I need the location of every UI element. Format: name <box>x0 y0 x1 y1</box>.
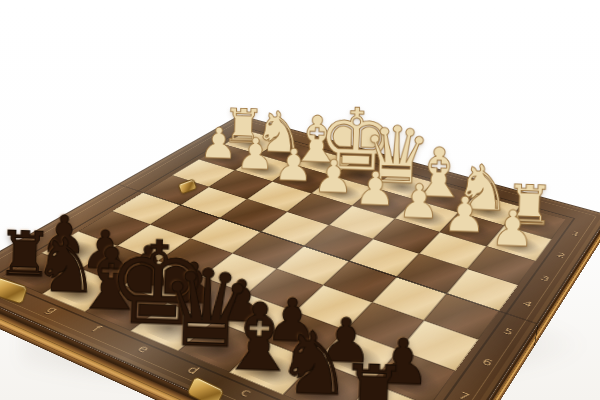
chess-set-photo: ♜♞♝♚♛♝♞♜♟♟♟♟♟♟♟♟♟♟♟♟♟♟♟♟♜♞♝♚♛♝♞♜ hgfedcb… <box>0 0 600 400</box>
piece-black-rook-a8[interactable]: ♜ <box>265 354 483 400</box>
scene: ♜♞♝♚♛♝♞♜♟♟♟♟♟♟♟♟♟♟♟♟♟♟♟♟♜♞♝♚♛♝♞♜ hgfedcb… <box>0 0 600 400</box>
square-a8[interactable]: ♜ <box>341 383 431 400</box>
chess-board: ♜♞♝♚♛♝♞♜♟♟♟♟♟♟♟♟♟♟♟♟♟♟♟♟♜♞♝♚♛♝♞♜ hgfedcb… <box>0 115 600 400</box>
piece-white-pawn-a2[interactable]: ♟ <box>431 203 594 255</box>
